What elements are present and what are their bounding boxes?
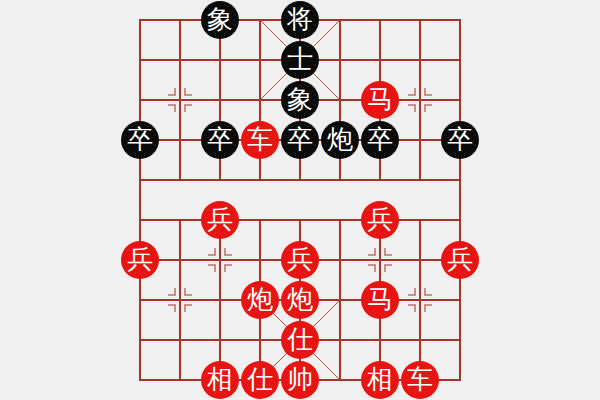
- point-marker-corner: [368, 248, 376, 256]
- point-marker-corner: [184, 304, 192, 312]
- piece-black-soldier[interactable]: 卒: [201, 121, 239, 159]
- point-marker-corner: [424, 304, 432, 312]
- point-marker-corner: [184, 88, 192, 96]
- piece-red-cannon[interactable]: 炮: [241, 281, 279, 319]
- piece-red-chariot[interactable]: 车: [241, 121, 279, 159]
- piece-black-soldier[interactable]: 卒: [441, 121, 479, 159]
- board-grid: 象将士象卒卒卒炮卒卒马车兵兵兵兵兵炮炮马仕相仕帅相车: [120, 0, 480, 400]
- app-background: 象将士象卒卒卒炮卒卒马车兵兵兵兵兵炮炮马仕相仕帅相车: [0, 0, 600, 400]
- point-marker: [400, 80, 440, 120]
- point-marker-corner: [424, 104, 432, 112]
- point-marker-corner: [408, 288, 416, 296]
- piece-black-soldier[interactable]: 卒: [361, 121, 399, 159]
- point-marker-corner: [184, 104, 192, 112]
- point-marker-corner: [168, 304, 176, 312]
- point-marker-corner: [408, 88, 416, 96]
- piece-black-cannon[interactable]: 炮: [321, 121, 359, 159]
- point-marker-corner: [224, 248, 232, 256]
- piece-red-soldier[interactable]: 兵: [441, 241, 479, 279]
- piece-red-horse[interactable]: 马: [361, 81, 399, 119]
- piece-red-soldier[interactable]: 兵: [281, 241, 319, 279]
- point-marker: [400, 280, 440, 320]
- point-marker: [360, 240, 400, 280]
- piece-black-general[interactable]: 将: [281, 1, 319, 39]
- point-marker-corner: [384, 248, 392, 256]
- point-marker-corner: [424, 288, 432, 296]
- piece-black-elephant[interactable]: 象: [281, 81, 319, 119]
- piece-red-elephant[interactable]: 相: [361, 361, 399, 399]
- point-marker-corner: [408, 304, 416, 312]
- point-marker: [160, 80, 200, 120]
- piece-black-elephant[interactable]: 象: [201, 1, 239, 39]
- point-marker-corner: [408, 104, 416, 112]
- piece-black-soldier[interactable]: 卒: [121, 121, 159, 159]
- piece-red-chariot[interactable]: 车: [401, 361, 439, 399]
- point-marker-corner: [168, 88, 176, 96]
- piece-red-elephant[interactable]: 相: [201, 361, 239, 399]
- point-marker: [160, 280, 200, 320]
- piece-red-cannon[interactable]: 炮: [281, 281, 319, 319]
- piece-red-general[interactable]: 帅: [281, 361, 319, 399]
- point-marker-corner: [208, 264, 216, 272]
- point-marker-corner: [208, 248, 216, 256]
- point-marker-corner: [184, 288, 192, 296]
- point-marker-corner: [368, 264, 376, 272]
- piece-black-soldier[interactable]: 卒: [281, 121, 319, 159]
- point-marker-corner: [384, 264, 392, 272]
- piece-red-soldier[interactable]: 兵: [121, 241, 159, 279]
- piece-black-advisor[interactable]: 士: [281, 41, 319, 79]
- point-marker-corner: [224, 264, 232, 272]
- point-marker-corner: [168, 288, 176, 296]
- piece-red-horse[interactable]: 马: [361, 281, 399, 319]
- point-marker-corner: [168, 104, 176, 112]
- point-marker: [200, 240, 240, 280]
- piece-red-advisor[interactable]: 仕: [241, 361, 279, 399]
- piece-red-soldier[interactable]: 兵: [201, 201, 239, 239]
- xiangqi-board: 象将士象卒卒卒炮卒卒马车兵兵兵兵兵炮炮马仕相仕帅相车: [120, 0, 480, 400]
- point-marker-corner: [424, 88, 432, 96]
- piece-red-advisor[interactable]: 仕: [281, 321, 319, 359]
- piece-red-soldier[interactable]: 兵: [361, 201, 399, 239]
